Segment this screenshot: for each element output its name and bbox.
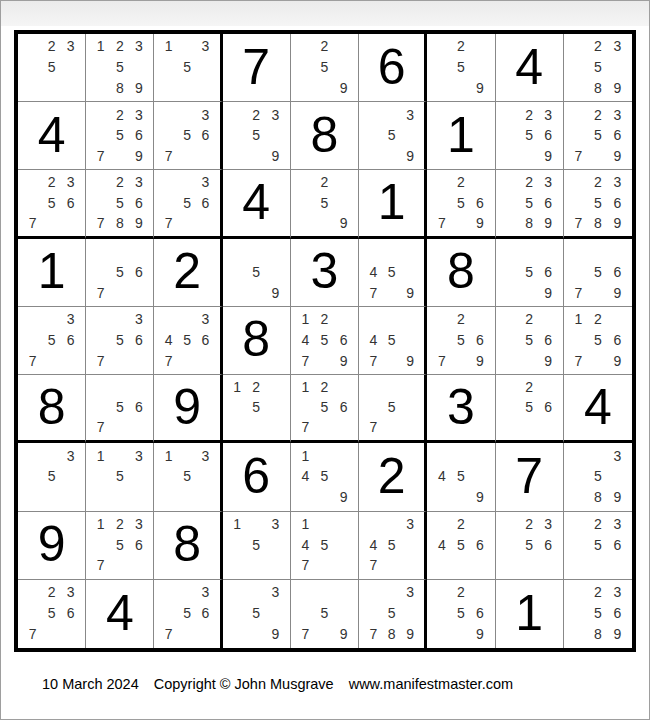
candidate-digit: 5	[315, 57, 334, 78]
pencil-marks: 23567	[23, 582, 80, 645]
pencil-marks: 35	[23, 445, 80, 507]
candidate-digit: 2	[588, 582, 607, 603]
given-digit: 4	[242, 177, 270, 227]
candidate-digit: 7	[364, 624, 382, 645]
cell-r8c9[interactable]: 2356	[564, 512, 632, 580]
given-digit: 6	[242, 451, 270, 501]
candidate-digit: 5	[588, 261, 607, 282]
cell-r3c5[interactable]: 259	[291, 170, 359, 238]
candidate-digit: 3	[401, 582, 419, 603]
candidate-digit: 3	[196, 309, 214, 330]
candidate-digit: 7	[23, 213, 42, 233]
given-digit: 1	[515, 588, 543, 638]
cell-r4c7[interactable]: 8	[427, 239, 495, 307]
candidate-digit: 9	[129, 146, 148, 167]
candidate-digit: 7	[91, 146, 110, 167]
candidate-digit: 2	[315, 309, 334, 330]
candidate-digit: 5	[451, 193, 470, 213]
candidate-digit: 5	[383, 330, 401, 351]
pencil-marks: 359	[228, 582, 285, 645]
given-digit: 8	[173, 519, 201, 569]
candidate-digit: 9	[334, 213, 353, 233]
cell-r9c4[interactable]: 359	[223, 580, 291, 648]
cell-r9c9[interactable]: 235689	[564, 580, 632, 648]
cell-r1c1[interactable]: 235	[18, 34, 86, 102]
candidate-digit: 5	[588, 466, 607, 487]
pencil-marks: 567	[91, 241, 148, 303]
candidate-digit: 7	[91, 213, 110, 233]
candidate-digit: 6	[470, 603, 489, 624]
cell-r9c3[interactable]: 3567	[154, 580, 222, 648]
candidate-digit: 1	[296, 377, 315, 397]
cell-r6c9[interactable]: 4	[564, 375, 632, 443]
candidate-digit: 3	[608, 104, 627, 125]
candidate-digit: 5	[315, 397, 334, 417]
candidate-digit: 5	[42, 193, 61, 213]
candidate-digit: 9	[401, 282, 419, 303]
candidate-digit: 5	[178, 125, 196, 146]
cell-r5c6[interactable]: 4579	[359, 307, 427, 375]
candidate-digit: 7	[159, 146, 177, 167]
candidate-digit: 9	[539, 282, 558, 303]
candidate-digit: 4	[364, 261, 382, 282]
candidate-digit: 5	[588, 330, 607, 351]
candidate-digit: 7	[569, 213, 588, 233]
pencil-marks: 23589	[569, 36, 627, 98]
candidate-digit: 9	[401, 624, 419, 645]
candidate-digit: 4	[432, 534, 451, 555]
pencil-marks: 2356789	[569, 172, 627, 232]
given-digit: 7	[515, 451, 543, 501]
candidate-digit: 5	[383, 397, 401, 417]
cell-r3c2[interactable]: 2356789	[86, 170, 154, 238]
candidate-digit: 2	[42, 582, 61, 603]
cell-r3c1[interactable]: 23567	[18, 170, 86, 238]
candidate-digit: 2	[110, 104, 129, 125]
candidate-digit: 2	[451, 172, 470, 192]
cell-r1c9[interactable]: 23589	[564, 34, 632, 102]
candidate-digit: 7	[364, 417, 382, 437]
given-digit: 1	[378, 177, 406, 227]
cell-r9c7[interactable]: 2569	[427, 580, 495, 648]
given-digit: 2	[173, 246, 201, 296]
candidate-digit: 3	[129, 309, 148, 330]
cell-r2c6[interactable]: 359	[359, 102, 427, 170]
footer: 10 March 2024 Copyright © John Musgrave …	[42, 676, 513, 692]
candidate-digit: 5	[110, 125, 129, 146]
cell-r9c5[interactable]: 579	[291, 580, 359, 648]
cell-r8c1[interactable]: 9	[18, 512, 86, 580]
cell-r6c8[interactable]: 256	[496, 375, 564, 443]
cell-r3c7[interactable]: 25679	[427, 170, 495, 238]
pencil-marks: 3589	[569, 445, 627, 507]
cell-r7c1[interactable]: 35	[18, 443, 86, 511]
cell-r8c3[interactable]: 8	[154, 512, 222, 580]
candidate-digit: 3	[401, 514, 419, 535]
candidate-digit: 5	[588, 534, 607, 555]
cell-r7c5[interactable]: 1459	[291, 443, 359, 511]
cell-r1c5[interactable]: 259	[291, 34, 359, 102]
given-digit: 3	[311, 246, 339, 296]
candidate-digit: 2	[315, 172, 334, 192]
candidate-digit: 5	[451, 466, 470, 487]
candidate-digit: 9	[608, 77, 627, 98]
pencil-marks: 2359	[228, 104, 285, 166]
pencil-marks: 2356	[569, 514, 627, 576]
cell-r6c3[interactable]: 9	[154, 375, 222, 443]
given-digit: 8	[311, 110, 339, 160]
candidate-digit: 3	[61, 36, 80, 57]
candidate-digit: 9	[266, 624, 285, 645]
cell-r3c6[interactable]: 1	[359, 170, 427, 238]
candidate-digit: 2	[520, 104, 539, 125]
pencil-marks: 256	[501, 377, 558, 437]
candidate-digit: 3	[401, 104, 419, 125]
candidate-digit: 6	[129, 534, 148, 555]
cell-r1c4[interactable]: 7	[223, 34, 291, 102]
pencil-marks: 2569	[501, 309, 558, 371]
candidate-digit: 9	[470, 77, 489, 98]
candidate-digit: 5	[247, 125, 266, 146]
candidate-digit: 3	[61, 309, 80, 330]
given-digit: 9	[173, 382, 201, 432]
candidate-digit: 8	[588, 624, 607, 645]
candidate-digit: 2	[42, 36, 61, 57]
cell-r5c9[interactable]: 125679	[564, 307, 632, 375]
cell-r2c1[interactable]: 4	[18, 102, 86, 170]
given-digit: 9	[38, 519, 66, 569]
cell-r5c7[interactable]: 25679	[427, 307, 495, 375]
cell-r8c7[interactable]: 2456	[427, 512, 495, 580]
candidate-digit: 4	[296, 534, 315, 555]
candidate-digit: 9	[129, 77, 148, 98]
candidate-digit: 5	[520, 397, 539, 417]
pencil-marks: 34567	[159, 309, 214, 371]
candidate-digit: 5	[315, 534, 334, 555]
pencil-marks: 3567	[23, 309, 80, 371]
cell-r4c3[interactable]: 2	[154, 239, 222, 307]
candidate-digit: 6	[608, 534, 627, 555]
footer-website-link[interactable]: www.manifestmaster.com	[349, 676, 513, 692]
candidate-digit: 2	[247, 377, 266, 397]
candidate-digit: 8	[588, 487, 607, 508]
candidate-digit: 5	[110, 57, 129, 78]
candidate-digit: 3	[129, 445, 148, 466]
cell-r3c9[interactable]: 2356789	[564, 170, 632, 238]
cell-r9c1[interactable]: 23567	[18, 580, 86, 648]
candidate-digit: 5	[451, 534, 470, 555]
candidate-digit: 5	[110, 466, 129, 487]
cell-r8c5[interactable]: 1457	[291, 512, 359, 580]
given-digit: 2	[378, 451, 406, 501]
candidate-digit: 5	[247, 603, 266, 624]
given-digit: 8	[447, 246, 475, 296]
pencil-marks: 123567	[91, 514, 148, 576]
cell-r6c6[interactable]: 57	[359, 375, 427, 443]
candidate-digit: 2	[110, 514, 129, 535]
candidate-digit: 2	[588, 172, 607, 192]
pencil-marks: 135	[228, 514, 285, 576]
cell-r3c3[interactable]: 3567	[154, 170, 222, 238]
candidate-digit: 2	[520, 172, 539, 192]
candidate-digit: 7	[364, 555, 382, 576]
pencil-marks: 123589	[91, 36, 148, 98]
cell-r7c9[interactable]: 3589	[564, 443, 632, 511]
page-header-band	[1, 1, 649, 26]
cell-r1c7[interactable]: 259	[427, 34, 495, 102]
cell-r7c7[interactable]: 459	[427, 443, 495, 511]
candidate-digit: 6	[129, 330, 148, 351]
cell-r8c6[interactable]: 3457	[359, 512, 427, 580]
candidate-digit: 7	[569, 282, 588, 303]
candidate-digit: 9	[608, 487, 627, 508]
candidate-digit: 9	[539, 146, 558, 167]
candidate-digit: 7	[91, 555, 110, 576]
candidate-digit: 2	[315, 377, 334, 397]
cell-r4c1[interactable]: 1	[18, 239, 86, 307]
pencil-marks: 12567	[296, 377, 353, 437]
candidate-digit: 8	[383, 624, 401, 645]
given-digit: 4	[106, 588, 134, 638]
candidate-digit: 6	[608, 603, 627, 624]
candidate-digit: 4	[364, 330, 382, 351]
candidate-digit: 9	[334, 624, 353, 645]
cell-r9c2[interactable]: 4	[86, 580, 154, 648]
candidate-digit: 7	[364, 282, 382, 303]
candidate-digit: 9	[129, 213, 148, 233]
cell-r8c2[interactable]: 123567	[86, 512, 154, 580]
pencil-marks: 3567	[159, 172, 214, 232]
candidate-digit: 1	[159, 36, 177, 57]
candidate-digit: 6	[334, 397, 353, 417]
cell-r8c8[interactable]: 2356	[496, 512, 564, 580]
candidate-digit: 6	[539, 534, 558, 555]
pencil-marks: 2456	[432, 514, 489, 576]
candidate-digit: 2	[42, 172, 61, 192]
candidate-digit: 2	[315, 36, 334, 57]
pencil-marks: 23567	[23, 172, 80, 232]
candidate-digit: 9	[334, 350, 353, 371]
cell-r7c8[interactable]: 7	[496, 443, 564, 511]
cell-r6c4[interactable]: 125	[223, 375, 291, 443]
candidate-digit: 3	[129, 104, 148, 125]
candidate-digit: 9	[608, 624, 627, 645]
cell-r6c7[interactable]: 3	[427, 375, 495, 443]
cell-r2c5[interactable]: 8	[291, 102, 359, 170]
cell-r2c4[interactable]: 2359	[223, 102, 291, 170]
pencil-marks: 259	[296, 36, 353, 98]
pencil-marks: 2356789	[91, 172, 148, 232]
candidate-digit: 3	[266, 104, 285, 125]
candidate-digit: 6	[196, 603, 214, 624]
candidate-digit: 3	[196, 104, 214, 125]
cell-r1c2[interactable]: 123589	[86, 34, 154, 102]
pencil-marks: 59	[228, 241, 285, 303]
cell-r1c6[interactable]: 6	[359, 34, 427, 102]
candidate-digit: 6	[539, 125, 558, 146]
candidate-digit: 4	[159, 330, 177, 351]
pencil-marks: 235679	[91, 104, 148, 166]
candidate-digit: 5	[42, 330, 61, 351]
cell-r3c4[interactable]: 4	[223, 170, 291, 238]
candidate-digit: 7	[159, 213, 177, 233]
candidate-digit: 5	[110, 261, 129, 282]
cell-r7c3[interactable]: 135	[154, 443, 222, 511]
candidate-digit: 5	[315, 466, 334, 487]
cell-r9c8[interactable]: 1	[496, 580, 564, 648]
cell-r3c8[interactable]: 235689	[496, 170, 564, 238]
cell-r6c1[interactable]: 8	[18, 375, 86, 443]
candidate-digit: 5	[315, 603, 334, 624]
pencil-marks: 579	[296, 582, 353, 645]
candidate-digit: 7	[91, 350, 110, 371]
cell-r2c3[interactable]: 3567	[154, 102, 222, 170]
candidate-digit: 5	[520, 330, 539, 351]
candidate-digit: 3	[266, 514, 285, 535]
cell-r5c1[interactable]: 3567	[18, 307, 86, 375]
pencil-marks: 1459	[296, 445, 353, 507]
cell-r4c5[interactable]: 3	[291, 239, 359, 307]
pencil-marks: 359	[364, 104, 419, 166]
cell-r4c6[interactable]: 4579	[359, 239, 427, 307]
pencil-marks: 2569	[432, 582, 489, 645]
pencil-marks: 569	[501, 241, 558, 303]
candidate-digit: 1	[296, 514, 315, 535]
candidate-digit: 5	[110, 193, 129, 213]
cell-r5c2[interactable]: 3567	[86, 307, 154, 375]
candidate-digit: 6	[608, 330, 627, 351]
candidate-digit: 3	[608, 445, 627, 466]
cell-r9c6[interactable]: 35789	[359, 580, 427, 648]
pencil-marks: 235689	[501, 172, 558, 232]
candidate-digit: 7	[296, 417, 315, 437]
candidate-digit: 5	[588, 603, 607, 624]
candidate-digit: 6	[129, 397, 148, 417]
candidate-digit: 7	[296, 555, 315, 576]
candidate-digit: 5	[247, 261, 266, 282]
candidate-digit: 3	[539, 514, 558, 535]
pencil-marks: 3457	[364, 514, 419, 576]
candidate-digit: 4	[296, 330, 315, 351]
candidate-digit: 5	[451, 57, 470, 78]
pencil-marks: 4579	[364, 241, 419, 303]
given-digit: 4	[584, 382, 612, 432]
cell-r5c4[interactable]: 8	[223, 307, 291, 375]
candidate-digit: 1	[91, 445, 110, 466]
cell-r6c5[interactable]: 12567	[291, 375, 359, 443]
cell-r4c4[interactable]: 59	[223, 239, 291, 307]
given-digit: 4	[515, 42, 543, 92]
candidate-digit: 9	[334, 487, 353, 508]
cell-r7c6[interactable]: 2	[359, 443, 427, 511]
pencil-marks: 135	[91, 445, 148, 507]
candidate-digit: 5	[588, 57, 607, 78]
candidate-digit: 6	[61, 603, 80, 624]
cell-r7c2[interactable]: 135	[86, 443, 154, 511]
cell-r7c4[interactable]: 6	[223, 443, 291, 511]
pencil-marks: 125	[228, 377, 285, 437]
pencil-marks: 3567	[159, 582, 214, 645]
candidate-digit: 2	[247, 104, 266, 125]
candidate-digit: 3	[608, 172, 627, 192]
candidate-digit: 5	[520, 534, 539, 555]
cell-r1c3[interactable]: 135	[154, 34, 222, 102]
candidate-digit: 5	[451, 603, 470, 624]
candidate-digit: 3	[539, 104, 558, 125]
cell-r1c8[interactable]: 4	[496, 34, 564, 102]
candidate-digit: 9	[266, 282, 285, 303]
candidate-digit: 7	[159, 350, 177, 371]
candidate-digit: 6	[196, 125, 214, 146]
candidate-digit: 5	[178, 57, 196, 78]
candidate-digit: 4	[296, 466, 315, 487]
cell-r2c2[interactable]: 235679	[86, 102, 154, 170]
candidate-digit: 6	[470, 193, 489, 213]
pencil-marks: 4579	[364, 309, 419, 371]
candidate-digit: 9	[539, 350, 558, 371]
candidate-digit: 3	[196, 582, 214, 603]
candidate-digit: 5	[42, 466, 61, 487]
pencil-marks: 5679	[569, 241, 627, 303]
cell-r4c9[interactable]: 5679	[564, 239, 632, 307]
candidate-digit: 6	[129, 193, 148, 213]
pencil-marks: 235689	[569, 582, 627, 645]
cell-r2c7[interactable]: 1	[427, 102, 495, 170]
candidate-digit: 3	[196, 36, 214, 57]
candidate-digit: 9	[470, 624, 489, 645]
cell-r5c8[interactable]: 2569	[496, 307, 564, 375]
pencil-marks: 259	[296, 172, 353, 232]
candidate-digit: 7	[569, 350, 588, 371]
cell-r4c8[interactable]: 569	[496, 239, 564, 307]
cell-r6c2[interactable]: 567	[86, 375, 154, 443]
given-digit: 8	[38, 382, 66, 432]
cell-r4c2[interactable]: 567	[86, 239, 154, 307]
candidate-digit: 9	[608, 350, 627, 371]
candidate-digit: 3	[539, 172, 558, 192]
candidate-digit: 9	[470, 487, 489, 508]
candidate-digit: 6	[608, 125, 627, 146]
candidate-digit: 6	[196, 193, 214, 213]
pencil-marks: 135	[159, 36, 214, 98]
candidate-digit: 2	[110, 36, 129, 57]
candidate-digit: 5	[383, 261, 401, 282]
cell-r8c4[interactable]: 135	[223, 512, 291, 580]
candidate-digit: 9	[334, 77, 353, 98]
candidate-digit: 1	[228, 514, 247, 535]
candidate-digit: 2	[451, 309, 470, 330]
pencil-marks: 459	[432, 445, 489, 507]
pencil-marks: 3567	[159, 104, 214, 166]
candidate-digit: 6	[608, 261, 627, 282]
candidate-digit: 3	[608, 582, 627, 603]
candidate-digit: 5	[178, 466, 196, 487]
candidate-digit: 8	[588, 213, 607, 233]
cell-r5c5[interactable]: 1245679	[291, 307, 359, 375]
cell-r5c3[interactable]: 34567	[154, 307, 222, 375]
candidate-digit: 5	[42, 57, 61, 78]
candidate-digit: 9	[608, 213, 627, 233]
cell-r2c8[interactable]: 23569	[496, 102, 564, 170]
candidate-digit: 5	[520, 261, 539, 282]
candidate-digit: 6	[129, 125, 148, 146]
candidate-digit: 2	[588, 36, 607, 57]
candidate-digit: 1	[91, 36, 110, 57]
cell-r2c9[interactable]: 235679	[564, 102, 632, 170]
candidate-digit: 1	[228, 377, 247, 397]
candidate-digit: 5	[110, 397, 129, 417]
sudoku-grid: 2351235891357259625942358942356793567235…	[14, 30, 636, 652]
